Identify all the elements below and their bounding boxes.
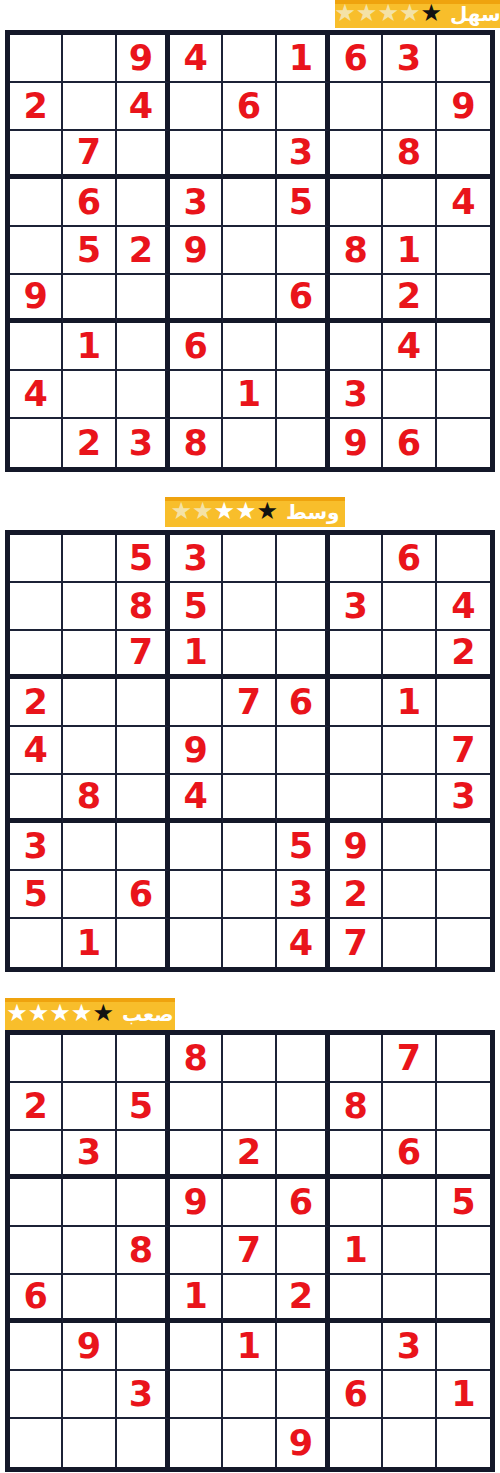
sudoku-cell-r1c2[interactable] — [63, 535, 116, 583]
sudoku-cell-r9c2[interactable]: 1 — [63, 919, 116, 967]
sudoku-cell-r1c7[interactable]: 6 — [330, 35, 383, 83]
sudoku-cell-r6c1[interactable]: 9 — [10, 275, 63, 323]
star-icon: ★ — [92, 1001, 114, 1025]
sudoku-cell-r7c3[interactable] — [117, 823, 170, 871]
sudoku-cell-r4c3[interactable] — [117, 1179, 170, 1227]
sudoku-cell-r4c6[interactable]: 6 — [277, 1179, 330, 1227]
sudoku-cell-r5c1[interactable]: 4 — [10, 727, 63, 775]
sudoku-cell-r1c2[interactable] — [63, 35, 116, 83]
sudoku-cell-r9c4[interactable] — [170, 919, 223, 967]
sudoku-cell-r4c8[interactable]: 1 — [383, 679, 436, 727]
sudoku-cell-r6c9[interactable] — [437, 1275, 490, 1323]
sudoku-cell-r4c6[interactable]: 6 — [277, 679, 330, 727]
sudoku-cell-r5c2[interactable] — [63, 1227, 116, 1275]
sudoku-cell-r9c6[interactable]: 9 — [277, 1419, 330, 1467]
sudoku-cell-r9c4[interactable]: 8 — [170, 419, 223, 467]
sudoku-cell-r5c1[interactable] — [10, 1227, 63, 1275]
sudoku-cell-r6c8[interactable] — [383, 1275, 436, 1323]
sudoku-cell-r3c2[interactable]: 7 — [63, 131, 116, 179]
sudoku-cell-r4c7[interactable] — [330, 1179, 383, 1227]
sudoku-cell-r5c8[interactable] — [383, 727, 436, 775]
sudoku-cell-r8c7[interactable]: 6 — [330, 1371, 383, 1419]
sudoku-cell-r8c9[interactable] — [437, 871, 490, 919]
sudoku-cell-r6c1[interactable] — [10, 775, 63, 823]
sudoku-cell-r3c7[interactable] — [330, 131, 383, 179]
sudoku-cell-r5c9[interactable]: 7 — [437, 727, 490, 775]
star-icon: ★ — [377, 1, 399, 25]
sudoku-cell-r2c7[interactable]: 8 — [330, 1083, 383, 1131]
sudoku-cell-r9c1[interactable] — [10, 1419, 63, 1467]
sudoku-cell-r4c2[interactable] — [63, 1179, 116, 1227]
sudoku-cell-r1c3[interactable]: 9 — [117, 35, 170, 83]
sudoku-cell-r7c9[interactable] — [437, 1323, 490, 1371]
sudoku-cell-r1c4[interactable]: 8 — [170, 1035, 223, 1083]
sudoku-cell-r3c7[interactable] — [330, 1131, 383, 1179]
sudoku-cell-r1c9[interactable] — [437, 535, 490, 583]
sudoku-cell-r2c3[interactable]: 8 — [117, 583, 170, 631]
star-icon: ★ — [213, 499, 235, 523]
sudoku-cell-r2c3[interactable]: 4 — [117, 83, 170, 131]
sudoku-cell-r6c3[interactable] — [117, 775, 170, 823]
sudoku-cell-r4c9[interactable]: 4 — [437, 179, 490, 227]
sudoku-cell-r7c7[interactable] — [330, 1323, 383, 1371]
sudoku-cell-r1c1[interactable] — [10, 1035, 63, 1083]
sudoku-cell-r6c7[interactable] — [330, 775, 383, 823]
sudoku-cell-r8c4[interactable] — [170, 871, 223, 919]
sudoku-cell-r6c8[interactable] — [383, 775, 436, 823]
sudoku-cell-r5c7[interactable] — [330, 727, 383, 775]
sudoku-cell-r3c8[interactable]: 8 — [383, 131, 436, 179]
sudoku-cell-r8c2[interactable] — [63, 871, 116, 919]
sudoku-cell-r3c3[interactable]: 7 — [117, 631, 170, 679]
sudoku-cell-r4c7[interactable] — [330, 679, 383, 727]
sudoku-cell-r3c5[interactable]: 2 — [223, 1131, 276, 1179]
sudoku-cell-r5c3[interactable]: 2 — [117, 227, 170, 275]
sudoku-cell-r9c8[interactable] — [383, 919, 436, 967]
sudoku-grid-hard: 872583269658716129133619 — [5, 1030, 495, 1472]
sudoku-cell-r2c9[interactable] — [437, 1083, 490, 1131]
sudoku-cell-r8c3[interactable]: 3 — [117, 1371, 170, 1419]
sudoku-cell-r9c1[interactable] — [10, 919, 63, 967]
sudoku-cell-r1c4[interactable]: 4 — [170, 35, 223, 83]
sudoku-cell-r3c1[interactable] — [10, 131, 63, 179]
sudoku-cell-r2c1[interactable]: 2 — [10, 83, 63, 131]
sudoku-cell-r4c5[interactable]: 7 — [223, 679, 276, 727]
sudoku-cell-r1c5[interactable] — [223, 535, 276, 583]
sudoku-cell-r5c1[interactable] — [10, 227, 63, 275]
sudoku-cell-r8c9[interactable]: 1 — [437, 1371, 490, 1419]
sudoku-cell-r2c8[interactable] — [383, 1083, 436, 1131]
sudoku-cell-r3c4[interactable] — [170, 131, 223, 179]
sudoku-cell-r9c2[interactable]: 2 — [63, 419, 116, 467]
sudoku-cell-r7c6[interactable]: 5 — [277, 823, 330, 871]
sudoku-cell-r9c8[interactable]: 6 — [383, 419, 436, 467]
sudoku-cell-r1c5[interactable] — [223, 35, 276, 83]
sudoku-cell-r9c6[interactable]: 4 — [277, 919, 330, 967]
sudoku-cell-r2c2[interactable] — [63, 83, 116, 131]
sudoku-cell-r6c7[interactable] — [330, 1275, 383, 1323]
sudoku-cell-r4c5[interactable] — [223, 179, 276, 227]
sudoku-cell-r8c8[interactable] — [383, 1371, 436, 1419]
sudoku-cell-r2c8[interactable] — [383, 583, 436, 631]
sudoku-cell-r8c3[interactable]: 6 — [117, 871, 170, 919]
sudoku-cell-r6c4[interactable]: 1 — [170, 1275, 223, 1323]
sudoku-cell-r2c5[interactable] — [223, 1083, 276, 1131]
sudoku-cell-r4c4[interactable] — [170, 679, 223, 727]
sudoku-cell-r4c8[interactable] — [383, 1179, 436, 1227]
sudoku-cell-r5c7[interactable]: 8 — [330, 227, 383, 275]
sudoku-cell-r8c1[interactable]: 4 — [10, 371, 63, 419]
sudoku-cell-r3c9[interactable]: 2 — [437, 631, 490, 679]
star-icon: ★ — [170, 499, 192, 523]
sudoku-cell-r4c3[interactable] — [117, 179, 170, 227]
sudoku-cell-r5c3[interactable] — [117, 727, 170, 775]
sudoku-cell-r7c6[interactable] — [277, 1323, 330, 1371]
sudoku-cell-r6c2[interactable] — [63, 1275, 116, 1323]
sudoku-cell-r2c1[interactable]: 2 — [10, 1083, 63, 1131]
sudoku-cell-r7c5[interactable]: 1 — [223, 1323, 276, 1371]
sudoku-cell-r7c2[interactable]: 1 — [63, 323, 116, 371]
sudoku-cell-r3c1[interactable] — [10, 1131, 63, 1179]
sudoku-cell-r2c2[interactable] — [63, 1083, 116, 1131]
sudoku-cell-r4c4[interactable]: 3 — [170, 179, 223, 227]
sudoku-cell-r3c6[interactable] — [277, 631, 330, 679]
sudoku-cell-r8c2[interactable] — [63, 371, 116, 419]
sudoku-cell-r1c7[interactable] — [330, 535, 383, 583]
sudoku-cell-r7c8[interactable] — [383, 823, 436, 871]
sudoku-cell-r8c9[interactable] — [437, 371, 490, 419]
star-icon: ★ — [192, 499, 214, 523]
sudoku-cell-r6c5[interactable] — [223, 775, 276, 823]
sudoku-cell-r2c9[interactable]: 4 — [437, 583, 490, 631]
sudoku-cell-r8c6[interactable] — [277, 1371, 330, 1419]
star-icon: ★ — [235, 499, 257, 523]
sudoku-cell-r2c8[interactable] — [383, 83, 436, 131]
sudoku-cell-r2c4[interactable]: 5 — [170, 583, 223, 631]
sudoku-cell-r6c8[interactable]: 2 — [383, 275, 436, 323]
sudoku-cell-r1c8[interactable]: 6 — [383, 535, 436, 583]
sudoku-cell-r8c5[interactable]: 1 — [223, 371, 276, 419]
sudoku-cell-r2c7[interactable] — [330, 83, 383, 131]
sudoku-cell-r8c4[interactable] — [170, 371, 223, 419]
sudoku-cell-r1c3[interactable]: 5 — [117, 535, 170, 583]
star-icon: ★ — [257, 499, 279, 523]
star-icon: ★ — [71, 1001, 93, 1025]
sudoku-cell-r3c9[interactable] — [437, 1131, 490, 1179]
sudoku-cell-r2c5[interactable] — [223, 583, 276, 631]
sudoku-cell-r5c7[interactable]: 1 — [330, 1227, 383, 1275]
sudoku-cell-r3c9[interactable] — [437, 131, 490, 179]
sudoku-cell-r7c1[interactable]: 3 — [10, 823, 63, 871]
sudoku-cell-r5c8[interactable]: 1 — [383, 227, 436, 275]
sudoku-cell-r3c5[interactable] — [223, 131, 276, 179]
sudoku-cell-r1c8[interactable]: 7 — [383, 1035, 436, 1083]
sudoku-cell-r7c7[interactable] — [330, 323, 383, 371]
star-icon: ★ — [356, 1, 378, 25]
sudoku-cell-r7c1[interactable] — [10, 1323, 63, 1371]
star-rating: ★★★★★ — [6, 1002, 114, 1026]
sudoku-cell-r9c7[interactable]: 7 — [330, 919, 383, 967]
sudoku-cell-r9c9[interactable] — [437, 1419, 490, 1467]
star-rating: ★★★★★ — [170, 500, 278, 524]
sudoku-cell-r2c6[interactable] — [277, 1083, 330, 1131]
sudoku-cell-r5c8[interactable] — [383, 1227, 436, 1275]
sudoku-cell-r2c2[interactable] — [63, 583, 116, 631]
sudoku-cell-r9c6[interactable] — [277, 419, 330, 467]
difficulty-label-hard: صعب — [122, 1004, 174, 1024]
sudoku-cell-r9c7[interactable]: 9 — [330, 419, 383, 467]
sudoku-cell-r8c7[interactable]: 3 — [330, 371, 383, 419]
sudoku-cell-r8c2[interactable] — [63, 1371, 116, 1419]
sudoku-cell-r6c5[interactable] — [223, 275, 276, 323]
sudoku-cell-r6c1[interactable]: 6 — [10, 1275, 63, 1323]
sudoku-cell-r8c5[interactable] — [223, 1371, 276, 1419]
sudoku-cell-r5c4[interactable] — [170, 1227, 223, 1275]
sudoku-cell-r8c6[interactable]: 3 — [277, 871, 330, 919]
sudoku-cell-r3c8[interactable] — [383, 631, 436, 679]
sudoku-cell-r3c2[interactable]: 3 — [63, 1131, 116, 1179]
sudoku-cell-r4c7[interactable] — [330, 179, 383, 227]
star-icon: ★ — [49, 1001, 71, 1025]
star-rating: ★★★★★ — [334, 2, 442, 26]
sudoku-cell-r5c6[interactable] — [277, 1227, 330, 1275]
sudoku-cell-r9c9[interactable] — [437, 919, 490, 967]
sudoku-cell-r3c8[interactable]: 6 — [383, 1131, 436, 1179]
sudoku-cell-r7c5[interactable] — [223, 823, 276, 871]
difficulty-label-medium: وسط — [286, 502, 340, 522]
sudoku-cell-r9c5[interactable] — [223, 419, 276, 467]
sudoku-cell-r2c6[interactable] — [277, 83, 330, 131]
sudoku-cell-r1c4[interactable]: 3 — [170, 535, 223, 583]
sudoku-cell-r7c4[interactable] — [170, 1323, 223, 1371]
sudoku-cell-r9c3[interactable]: 3 — [117, 419, 170, 467]
sudoku-cell-r6c3[interactable] — [117, 275, 170, 323]
sudoku-cell-r2c5[interactable]: 6 — [223, 83, 276, 131]
difficulty-banner-hard: ★★★★★ صعب — [5, 998, 175, 1030]
sudoku-cell-r5c5[interactable]: 7 — [223, 1227, 276, 1275]
sudoku-cell-r7c8[interactable]: 4 — [383, 323, 436, 371]
sudoku-cell-r7c4[interactable]: 6 — [170, 323, 223, 371]
sudoku-cell-r5c4[interactable]: 9 — [170, 727, 223, 775]
sudoku-cell-r7c7[interactable]: 9 — [330, 823, 383, 871]
sudoku-cell-r7c6[interactable] — [277, 323, 330, 371]
sudoku-cell-r6c7[interactable] — [330, 275, 383, 323]
sudoku-cell-r1c6[interactable]: 1 — [277, 35, 330, 83]
sudoku-cell-r6c3[interactable] — [117, 1275, 170, 1323]
sudoku-cell-r1c5[interactable] — [223, 1035, 276, 1083]
sudoku-cell-r5c9[interactable] — [437, 227, 490, 275]
sudoku-cell-r9c5[interactable] — [223, 919, 276, 967]
sudoku-cell-r1c9[interactable] — [437, 35, 490, 83]
sudoku-cell-r1c8[interactable]: 3 — [383, 35, 436, 83]
sudoku-cell-r9c7[interactable] — [330, 1419, 383, 1467]
star-icon: ★ — [6, 1001, 28, 1025]
sudoku-cell-r9c3[interactable] — [117, 919, 170, 967]
sudoku-cell-r1c9[interactable] — [437, 1035, 490, 1083]
sudoku-cell-r6c9[interactable] — [437, 275, 490, 323]
sudoku-cell-r7c2[interactable] — [63, 823, 116, 871]
sudoku-cell-r7c4[interactable] — [170, 823, 223, 871]
sudoku-cell-r4c8[interactable] — [383, 179, 436, 227]
sudoku-cell-r8c7[interactable]: 2 — [330, 871, 383, 919]
sudoku-cell-r6c6[interactable] — [277, 775, 330, 823]
sudoku-cell-r2c9[interactable]: 9 — [437, 83, 490, 131]
sudoku-cell-r8c5[interactable] — [223, 871, 276, 919]
sudoku-cell-r4c2[interactable] — [63, 679, 116, 727]
sudoku-cell-r7c9[interactable] — [437, 823, 490, 871]
star-icon: ★ — [334, 1, 356, 25]
difficulty-banner-medium: ★★★★★ وسط — [165, 497, 345, 527]
sudoku-cell-r4c4[interactable]: 9 — [170, 1179, 223, 1227]
sudoku-cell-r9c4[interactable] — [170, 1419, 223, 1467]
sudoku-cell-r9c2[interactable] — [63, 1419, 116, 1467]
sudoku-cell-r6c4[interactable] — [170, 275, 223, 323]
sudoku-cell-r2c6[interactable] — [277, 583, 330, 631]
sudoku-cell-r6c5[interactable] — [223, 1275, 276, 1323]
sudoku-cell-r4c3[interactable] — [117, 679, 170, 727]
sudoku-cell-r4c1[interactable] — [10, 1179, 63, 1227]
sudoku-cell-r2c4[interactable] — [170, 1083, 223, 1131]
sudoku-cell-r3c7[interactable] — [330, 631, 383, 679]
sudoku-cell-r8c1[interactable]: 5 — [10, 871, 63, 919]
sudoku-cell-r4c2[interactable]: 6 — [63, 179, 116, 227]
sudoku-cell-r6c9[interactable]: 3 — [437, 775, 490, 823]
sudoku-cell-r5c2[interactable] — [63, 727, 116, 775]
sudoku-cell-r3c3[interactable] — [117, 131, 170, 179]
star-icon: ★ — [420, 1, 442, 25]
sudoku-cell-r5c5[interactable] — [223, 227, 276, 275]
sudoku-cell-r9c1[interactable] — [10, 419, 63, 467]
sudoku-cell-r1c2[interactable] — [63, 1035, 116, 1083]
sudoku-cell-r3c2[interactable] — [63, 631, 116, 679]
sudoku-cell-r7c2[interactable]: 9 — [63, 1323, 116, 1371]
star-icon: ★ — [28, 1001, 50, 1025]
sudoku-cell-r9c3[interactable] — [117, 1419, 170, 1467]
sudoku-cell-r3c4[interactable] — [170, 1131, 223, 1179]
sudoku-cell-r4c5[interactable] — [223, 1179, 276, 1227]
sudoku-cell-r6c2[interactable] — [63, 275, 116, 323]
difficulty-banner-easy: ★★★★★ سهل — [335, 0, 500, 28]
sudoku-cell-r1c6[interactable] — [277, 1035, 330, 1083]
sudoku-cell-r8c8[interactable] — [383, 371, 436, 419]
sudoku-cell-r4c1[interactable] — [10, 179, 63, 227]
sudoku-cell-r5c2[interactable]: 5 — [63, 227, 116, 275]
sudoku-cell-r1c1[interactable] — [10, 35, 63, 83]
sudoku-cell-r7c8[interactable]: 3 — [383, 1323, 436, 1371]
sudoku-cell-r7c1[interactable] — [10, 323, 63, 371]
sudoku-cell-r8c6[interactable] — [277, 371, 330, 419]
sudoku-cell-r4c9[interactable] — [437, 679, 490, 727]
sudoku-cell-r9c8[interactable] — [383, 1419, 436, 1467]
sudoku-cell-r3c3[interactable] — [117, 1131, 170, 1179]
sudoku-cell-r5c6[interactable] — [277, 227, 330, 275]
difficulty-label-easy: سهل — [450, 4, 500, 24]
sudoku-cell-r3c1[interactable] — [10, 631, 63, 679]
sudoku-cell-r8c1[interactable] — [10, 1371, 63, 1419]
sudoku-cell-r9c9[interactable] — [437, 419, 490, 467]
sudoku-cell-r9c5[interactable] — [223, 1419, 276, 1467]
sudoku-cell-r1c7[interactable] — [330, 1035, 383, 1083]
sudoku-cell-r7c5[interactable] — [223, 323, 276, 371]
sudoku-cell-r3c5[interactable] — [223, 631, 276, 679]
sudoku-cell-r5c5[interactable] — [223, 727, 276, 775]
sudoku-cell-r4c1[interactable]: 2 — [10, 679, 63, 727]
sudoku-cell-r3c6[interactable]: 3 — [277, 131, 330, 179]
sudoku-cell-r6c6[interactable]: 2 — [277, 1275, 330, 1323]
sudoku-cell-r1c1[interactable] — [10, 535, 63, 583]
sudoku-grid-medium: 536853471227614978433595632147 — [5, 530, 495, 972]
sudoku-cell-r3c6[interactable] — [277, 1131, 330, 1179]
sudoku-cell-r5c4[interactable]: 9 — [170, 227, 223, 275]
sudoku-cell-r2c3[interactable]: 5 — [117, 1083, 170, 1131]
sudoku-grid-easy: 94163246973863545298196216441323896 — [5, 30, 495, 472]
sudoku-cell-r1c3[interactable] — [117, 1035, 170, 1083]
sudoku-cell-r6c4[interactable]: 4 — [170, 775, 223, 823]
sudoku-cell-r7c3[interactable] — [117, 1323, 170, 1371]
sudoku-cell-r6c2[interactable]: 8 — [63, 775, 116, 823]
sudoku-cell-r8c8[interactable] — [383, 871, 436, 919]
sudoku-cell-r1c6[interactable] — [277, 535, 330, 583]
sudoku-cell-r2c7[interactable]: 3 — [330, 583, 383, 631]
sudoku-cell-r2c1[interactable] — [10, 583, 63, 631]
sudoku-cell-r2c4[interactable] — [170, 83, 223, 131]
sudoku-cell-r5c3[interactable]: 8 — [117, 1227, 170, 1275]
sudoku-cell-r6c6[interactable]: 6 — [277, 275, 330, 323]
sudoku-cell-r8c3[interactable] — [117, 371, 170, 419]
sudoku-cell-r8c4[interactable] — [170, 1371, 223, 1419]
sudoku-cell-r4c9[interactable]: 5 — [437, 1179, 490, 1227]
sudoku-cell-r5c6[interactable] — [277, 727, 330, 775]
sudoku-cell-r4c6[interactable]: 5 — [277, 179, 330, 227]
sudoku-cell-r7c9[interactable] — [437, 323, 490, 371]
sudoku-cell-r3c4[interactable]: 1 — [170, 631, 223, 679]
sudoku-cell-r5c9[interactable] — [437, 1227, 490, 1275]
star-icon: ★ — [399, 1, 421, 25]
sudoku-cell-r7c3[interactable] — [117, 323, 170, 371]
